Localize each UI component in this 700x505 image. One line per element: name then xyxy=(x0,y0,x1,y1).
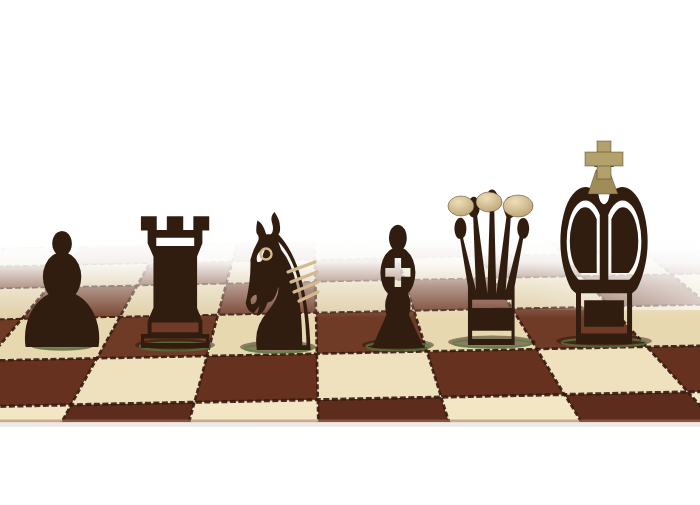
piece-king: ♚ xyxy=(548,92,660,408)
chessboard-photo: ♟♜♞♝♛♚ xyxy=(0,0,700,505)
piece-bishop: ♝ xyxy=(348,191,448,388)
queen-crown-ball xyxy=(448,196,474,216)
king-cross-horizontal xyxy=(585,152,623,166)
board-front-edge xyxy=(0,420,700,423)
board-render-svg: ♟♜♞♝♛♚ xyxy=(0,0,700,505)
piece-rook: ♜ xyxy=(121,180,230,390)
queen-crown-ball xyxy=(503,195,533,217)
piece-queen: ♛ xyxy=(442,147,541,395)
queen-crown-ball xyxy=(476,192,502,212)
board-edge-shadow xyxy=(0,422,700,427)
piece-pawn: ♟ xyxy=(6,200,117,385)
